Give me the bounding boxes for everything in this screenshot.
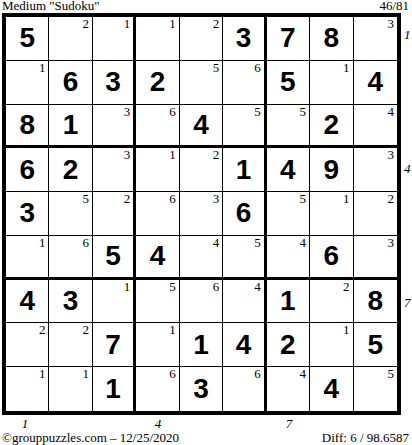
cell-r3c8[interactable]: 2: [310, 105, 353, 149]
cell-r2c3[interactable]: 3: [93, 61, 136, 105]
pencil-mark: 5: [300, 192, 307, 206]
cell-r5c6[interactable]: 6: [223, 192, 266, 236]
pencil-mark: 5: [213, 61, 220, 75]
cell-r8c1[interactable]: 2: [6, 323, 49, 367]
cell-r7c4[interactable]: 5: [136, 280, 179, 324]
pencil-mark: 2: [82, 17, 89, 31]
pencil-mark: 4: [213, 236, 220, 250]
cell-r4c7[interactable]: 4: [267, 148, 310, 192]
cell-r9c1[interactable]: 1: [6, 367, 49, 411]
pencil-mark: 6: [169, 367, 176, 381]
cell-r6c8[interactable]: 6: [310, 236, 353, 280]
cell-r6c7[interactable]: 4: [267, 236, 310, 280]
cell-r8c2[interactable]: 2: [49, 323, 92, 367]
pencil-mark: 6: [254, 367, 261, 381]
cell-value: 4: [324, 375, 340, 403]
cell-r1c8[interactable]: 8: [310, 17, 353, 61]
pencil-mark: 5: [254, 105, 261, 119]
cell-r7c2[interactable]: 3: [49, 280, 92, 324]
cell-value: 4: [150, 242, 166, 270]
cell-r6c4[interactable]: 4: [136, 236, 179, 280]
cell-value: 7: [105, 331, 121, 359]
cell-r3c3[interactable]: 3: [93, 105, 136, 149]
pencil-mark: 6: [82, 236, 89, 250]
cell-r1c2[interactable]: 2: [49, 17, 92, 61]
cell-value: 9: [324, 156, 340, 184]
pencil-mark: 1: [124, 280, 131, 294]
cell-r3c2[interactable]: 1: [49, 105, 92, 149]
cell-r9c5[interactable]: 3: [180, 367, 223, 411]
cell-r9c8[interactable]: 4: [310, 367, 353, 411]
pencil-mark: 4: [300, 236, 307, 250]
pencil-mark: 2: [343, 280, 350, 294]
cell-r5c3[interactable]: 2: [93, 192, 136, 236]
pencil-mark: 2: [213, 17, 220, 31]
cell-value: 2: [150, 68, 166, 96]
cell-r8c3[interactable]: 7: [93, 323, 136, 367]
cell-r2c9[interactable]: 4: [354, 61, 397, 105]
cell-value: 8: [19, 111, 35, 139]
cell-value: 2: [63, 156, 79, 184]
cell-r7c8[interactable]: 2: [310, 280, 353, 324]
cell-r9c9[interactable]: 5: [354, 367, 397, 411]
cell-value: 8: [367, 287, 383, 315]
cell-r3c1[interactable]: 8: [6, 105, 49, 149]
cell-value: 4: [19, 287, 35, 315]
cell-r7c9[interactable]: 8: [354, 280, 397, 324]
cell-value: 1: [105, 375, 121, 403]
cell-r7c7[interactable]: 1: [267, 280, 310, 324]
cell-r9c7[interactable]: 4: [267, 367, 310, 411]
difficulty-text: Diff: 6 / 98.6587: [322, 430, 409, 445]
cell-value: 1: [280, 287, 296, 315]
pencil-mark: 3: [124, 105, 131, 119]
pencil-mark: 3: [124, 148, 131, 162]
cell-r1c5[interactable]: 2: [180, 17, 223, 61]
cell-r6c9[interactable]: 3: [354, 236, 397, 280]
cell-r5c7[interactable]: 5: [267, 192, 310, 236]
cell-r4c6[interactable]: 1: [223, 148, 266, 192]
row-marker-4: 4: [404, 161, 411, 177]
cell-r2c4[interactable]: 2: [136, 61, 179, 105]
pencil-mark: 1: [343, 323, 350, 337]
cell-r5c9[interactable]: 2: [354, 192, 397, 236]
pencil-mark: 2: [39, 323, 46, 337]
cell-value: 3: [19, 199, 35, 227]
cell-r4c5[interactable]: 2: [180, 148, 223, 192]
cell-value: 5: [19, 24, 35, 52]
cell-r2c6[interactable]: 6: [223, 61, 266, 105]
pencil-mark: 4: [387, 105, 394, 119]
cell-r3c4[interactable]: 6: [136, 105, 179, 149]
cell-r7c1[interactable]: 4: [6, 280, 49, 324]
pencil-mark: 1: [343, 61, 350, 75]
cell-r2c5[interactable]: 5: [180, 61, 223, 105]
pencil-mark: 4: [254, 280, 261, 294]
cell-value: 2: [324, 111, 340, 139]
cell-value: 4: [193, 111, 209, 139]
cell-r9c2[interactable]: 1: [49, 367, 92, 411]
cell-r4c8[interactable]: 9: [310, 148, 353, 192]
sudoku-grid: 5211237831632565148136455246231214933526…: [2, 13, 401, 415]
cell-r1c1[interactable]: 5: [6, 17, 49, 61]
cell-r5c2[interactable]: 5: [49, 192, 92, 236]
cell-value: 2: [280, 331, 296, 359]
cell-value: 7: [280, 24, 296, 52]
pencil-mark: 4: [300, 367, 307, 381]
cell-value: 6: [324, 242, 340, 270]
pencil-mark: 1: [124, 17, 131, 31]
cell-r5c8[interactable]: 1: [310, 192, 353, 236]
cell-r6c3[interactable]: 5: [93, 236, 136, 280]
cell-r1c9[interactable]: 3: [354, 17, 397, 61]
pencil-mark: 5: [387, 367, 394, 381]
pencil-mark: 2: [124, 192, 131, 206]
cell-r8c9[interactable]: 5: [354, 323, 397, 367]
cell-r1c7[interactable]: 7: [267, 17, 310, 61]
cell-r6c5[interactable]: 4: [180, 236, 223, 280]
cell-value: 4: [367, 68, 383, 96]
cell-value: 5: [105, 242, 121, 270]
cell-r8c7[interactable]: 2: [267, 323, 310, 367]
cell-value: 6: [236, 199, 252, 227]
pencil-mark: 3: [213, 192, 220, 206]
pencil-mark: 1: [39, 61, 46, 75]
cell-r4c9[interactable]: 3: [354, 148, 397, 192]
pencil-mark: 1: [169, 148, 176, 162]
cell-r2c1[interactable]: 1: [6, 61, 49, 105]
cell-r6c6[interactable]: 5: [223, 236, 266, 280]
cell-r9c4[interactable]: 6: [136, 367, 179, 411]
cell-value: 1: [193, 331, 209, 359]
pencil-mark: 6: [213, 280, 220, 294]
pencil-mark: 5: [82, 192, 89, 206]
pencil-mark: 1: [169, 323, 176, 337]
cell-value: 1: [63, 111, 79, 139]
pencil-mark: 1: [343, 192, 350, 206]
cell-r8c8[interactable]: 1: [310, 323, 353, 367]
cell-value: 3: [236, 24, 252, 52]
cell-r2c2[interactable]: 6: [49, 61, 92, 105]
cell-value: 5: [367, 331, 383, 359]
cell-value: 5: [280, 68, 296, 96]
pencil-mark: 2: [213, 148, 220, 162]
cell-r9c3[interactable]: 1: [93, 367, 136, 411]
cell-r2c8[interactable]: 1: [310, 61, 353, 105]
pencil-mark: 5: [254, 236, 261, 250]
cell-r3c7[interactable]: 5: [267, 105, 310, 149]
cell-value: 8: [324, 24, 340, 52]
cell-value: 4: [280, 156, 296, 184]
cell-r4c4[interactable]: 1: [136, 148, 179, 192]
cell-value: 3: [193, 375, 209, 403]
cell-value: 6: [63, 68, 79, 96]
cell-r1c6[interactable]: 3: [223, 17, 266, 61]
cell-r7c5[interactable]: 6: [180, 280, 223, 324]
cell-value: 4: [236, 331, 252, 359]
cell-r8c6[interactable]: 4: [223, 323, 266, 367]
cell-r9c6[interactable]: 6: [223, 367, 266, 411]
cell-r6c1[interactable]: 1: [6, 236, 49, 280]
pencil-mark: 2: [387, 192, 394, 206]
pencil-mark: 2: [82, 323, 89, 337]
cell-r3c9[interactable]: 4: [354, 105, 397, 149]
cell-r6c2[interactable]: 6: [49, 236, 92, 280]
cell-r4c3[interactable]: 3: [93, 148, 136, 192]
cell-r3c6[interactable]: 5: [223, 105, 266, 149]
pencil-mark: 6: [169, 105, 176, 119]
pencil-mark: 3: [387, 17, 394, 31]
pencil-mark: 1: [39, 367, 46, 381]
row-marker-1: 1: [404, 27, 411, 43]
cell-r4c2[interactable]: 2: [49, 148, 92, 192]
col-marker-7: 7: [286, 416, 293, 432]
pencil-mark: 5: [169, 280, 176, 294]
pencil-mark: 5: [300, 105, 307, 119]
pencil-mark: 6: [254, 61, 261, 75]
cell-value: 1: [236, 156, 252, 184]
cell-r5c1[interactable]: 3: [6, 192, 49, 236]
cell-r1c4[interactable]: 1: [136, 17, 179, 61]
pencil-mark: 3: [387, 148, 394, 162]
row-marker-7: 7: [404, 295, 411, 311]
cell-r1c3[interactable]: 1: [93, 17, 136, 61]
cell-r5c4[interactable]: 6: [136, 192, 179, 236]
remaining-counter: 46/81: [379, 0, 409, 14]
pencil-mark: 3: [387, 236, 394, 250]
cell-value: 3: [105, 68, 121, 96]
cell-r8c5[interactable]: 1: [180, 323, 223, 367]
cell-r4c1[interactable]: 6: [6, 148, 49, 192]
puzzle-title: Medium "Sudoku": [2, 0, 100, 14]
pencil-mark: 1: [82, 367, 89, 381]
cell-r3c5[interactable]: 4: [180, 105, 223, 149]
cell-r8c4[interactable]: 1: [136, 323, 179, 367]
cell-r5c5[interactable]: 3: [180, 192, 223, 236]
cell-r7c3[interactable]: 1: [93, 280, 136, 324]
copyright-text: ©grouppuzzles.com – 12/25/2020: [2, 430, 179, 445]
cell-r2c7[interactable]: 5: [267, 61, 310, 105]
cell-value: 3: [63, 287, 79, 315]
pencil-mark: 1: [169, 17, 176, 31]
cell-r7c6[interactable]: 4: [223, 280, 266, 324]
pencil-mark: 6: [169, 192, 176, 206]
pencil-mark: 1: [39, 236, 46, 250]
cell-value: 6: [19, 156, 35, 184]
